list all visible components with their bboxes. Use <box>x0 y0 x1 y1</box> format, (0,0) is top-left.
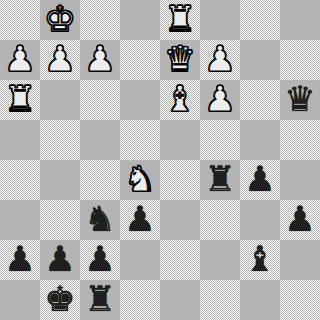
piece-white-bishop[interactable]: ♝ <box>164 80 195 119</box>
square-d1[interactable] <box>120 280 160 320</box>
square-f6[interactable]: ♟ <box>200 80 240 120</box>
square-f5[interactable] <box>200 120 240 160</box>
piece-black-pawn[interactable]: ♟ <box>4 240 35 279</box>
square-e2[interactable] <box>160 240 200 280</box>
piece-black-pawn[interactable]: ♟ <box>84 240 115 279</box>
square-h4[interactable] <box>280 160 320 200</box>
square-f2[interactable] <box>200 240 240 280</box>
square-c6[interactable] <box>80 80 120 120</box>
square-e4[interactable] <box>160 160 200 200</box>
piece-white-pawn[interactable]: ♟ <box>44 40 75 79</box>
square-f4[interactable]: ♜ <box>200 160 240 200</box>
square-a7[interactable]: ♟ <box>0 40 40 80</box>
square-d4[interactable]: ♞ <box>120 160 160 200</box>
square-c2[interactable]: ♟ <box>80 240 120 280</box>
square-b2[interactable]: ♟ <box>40 240 80 280</box>
square-g4[interactable]: ♟ <box>240 160 280 200</box>
square-c1[interactable]: ♜ <box>80 280 120 320</box>
piece-black-pawn[interactable]: ♟ <box>244 160 275 199</box>
square-a4[interactable] <box>0 160 40 200</box>
square-d2[interactable] <box>120 240 160 280</box>
square-f3[interactable] <box>200 200 240 240</box>
square-h1[interactable] <box>280 280 320 320</box>
square-g3[interactable] <box>240 200 280 240</box>
square-g1[interactable] <box>240 280 280 320</box>
piece-black-bishop[interactable]: ♝ <box>244 240 275 279</box>
square-e5[interactable] <box>160 120 200 160</box>
square-h8[interactable] <box>280 0 320 40</box>
square-c4[interactable] <box>80 160 120 200</box>
piece-white-rook[interactable]: ♜ <box>164 0 195 39</box>
piece-white-king[interactable]: ♚ <box>44 0 75 39</box>
square-f7[interactable]: ♟ <box>200 40 240 80</box>
square-c5[interactable] <box>80 120 120 160</box>
square-b7[interactable]: ♟ <box>40 40 80 80</box>
piece-black-knight[interactable]: ♞ <box>84 200 115 239</box>
square-f8[interactable] <box>200 0 240 40</box>
square-e6[interactable]: ♝ <box>160 80 200 120</box>
piece-black-queen[interactable]: ♛ <box>284 80 315 119</box>
square-a5[interactable] <box>0 120 40 160</box>
square-c3[interactable]: ♞ <box>80 200 120 240</box>
piece-black-rook[interactable]: ♜ <box>204 160 235 199</box>
piece-white-queen[interactable]: ♛ <box>164 40 195 79</box>
square-b8[interactable]: ♚ <box>40 0 80 40</box>
square-g8[interactable] <box>240 0 280 40</box>
square-b6[interactable] <box>40 80 80 120</box>
square-e1[interactable] <box>160 280 200 320</box>
piece-black-pawn[interactable]: ♟ <box>284 200 315 239</box>
square-b5[interactable] <box>40 120 80 160</box>
piece-black-pawn[interactable]: ♟ <box>124 200 155 239</box>
square-d7[interactable] <box>120 40 160 80</box>
square-a6[interactable]: ♜ <box>0 80 40 120</box>
piece-black-pawn[interactable]: ♟ <box>44 240 75 279</box>
square-g5[interactable] <box>240 120 280 160</box>
square-h7[interactable] <box>280 40 320 80</box>
square-c8[interactable] <box>80 0 120 40</box>
piece-black-king[interactable]: ♚ <box>44 280 75 319</box>
square-h3[interactable]: ♟ <box>280 200 320 240</box>
chess-board: ♚♜♟♟♟♛♟♜♝♟♛♞♜♟♞♟♟♟♟♟♝♚♜ <box>0 0 320 320</box>
square-h6[interactable]: ♛ <box>280 80 320 120</box>
square-a3[interactable] <box>0 200 40 240</box>
square-b3[interactable] <box>40 200 80 240</box>
square-a2[interactable]: ♟ <box>0 240 40 280</box>
square-e8[interactable]: ♜ <box>160 0 200 40</box>
square-g6[interactable] <box>240 80 280 120</box>
piece-white-knight[interactable]: ♞ <box>124 160 155 199</box>
square-a1[interactable] <box>0 280 40 320</box>
square-d8[interactable] <box>120 0 160 40</box>
piece-white-pawn[interactable]: ♟ <box>204 80 235 119</box>
square-e3[interactable] <box>160 200 200 240</box>
piece-white-pawn[interactable]: ♟ <box>84 40 115 79</box>
square-g2[interactable]: ♝ <box>240 240 280 280</box>
square-h2[interactable] <box>280 240 320 280</box>
square-b1[interactable]: ♚ <box>40 280 80 320</box>
piece-white-rook[interactable]: ♜ <box>4 80 35 119</box>
square-b4[interactable] <box>40 160 80 200</box>
piece-white-pawn[interactable]: ♟ <box>204 40 235 79</box>
square-e7[interactable]: ♛ <box>160 40 200 80</box>
square-d6[interactable] <box>120 80 160 120</box>
square-f1[interactable] <box>200 280 240 320</box>
square-g7[interactable] <box>240 40 280 80</box>
square-h5[interactable] <box>280 120 320 160</box>
square-a8[interactable] <box>0 0 40 40</box>
square-c7[interactable]: ♟ <box>80 40 120 80</box>
piece-white-pawn[interactable]: ♟ <box>4 40 35 79</box>
square-d5[interactable] <box>120 120 160 160</box>
square-d3[interactable]: ♟ <box>120 200 160 240</box>
piece-black-rook[interactable]: ♜ <box>84 280 115 319</box>
